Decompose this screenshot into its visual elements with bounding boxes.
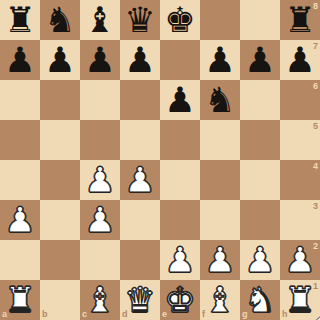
coord-rank-4: 4 — [313, 161, 318, 171]
square-d4[interactable]: ♟ — [120, 160, 160, 200]
black-pawn[interactable]: ♟ — [240, 40, 280, 80]
square-b5[interactable] — [40, 120, 80, 160]
square-c2[interactable] — [80, 240, 120, 280]
square-e1[interactable]: ♚e — [160, 280, 200, 320]
square-f1[interactable]: ♝f — [200, 280, 240, 320]
square-g1[interactable]: ♞g — [240, 280, 280, 320]
white-pawn[interactable]: ♟ — [0, 200, 40, 240]
black-queen[interactable]: ♛ — [120, 0, 160, 40]
square-g4[interactable] — [240, 160, 280, 200]
square-b8[interactable]: ♞ — [40, 0, 80, 40]
white-king[interactable]: ♚ — [160, 280, 200, 320]
square-a2[interactable] — [0, 240, 40, 280]
square-c5[interactable] — [80, 120, 120, 160]
black-rook[interactable]: ♜ — [0, 0, 40, 40]
square-a6[interactable] — [0, 80, 40, 120]
square-e6[interactable]: ♟ — [160, 80, 200, 120]
square-g6[interactable] — [240, 80, 280, 120]
square-g7[interactable]: ♟ — [240, 40, 280, 80]
white-pawn[interactable]: ♟ — [160, 240, 200, 280]
square-a5[interactable] — [0, 120, 40, 160]
square-h7[interactable]: ♟7 — [280, 40, 320, 80]
square-b6[interactable] — [40, 80, 80, 120]
square-c3[interactable]: ♟ — [80, 200, 120, 240]
square-a4[interactable] — [0, 160, 40, 200]
square-b3[interactable] — [40, 200, 80, 240]
black-pawn[interactable]: ♟ — [120, 40, 160, 80]
square-f3[interactable] — [200, 200, 240, 240]
white-pawn[interactable]: ♟ — [280, 240, 320, 280]
square-c6[interactable] — [80, 80, 120, 120]
square-g5[interactable] — [240, 120, 280, 160]
square-h5[interactable]: 5 — [280, 120, 320, 160]
square-h4[interactable]: 4 — [280, 160, 320, 200]
square-d1[interactable]: ♛d — [120, 280, 160, 320]
square-d8[interactable]: ♛ — [120, 0, 160, 40]
square-a1[interactable]: ♜a — [0, 280, 40, 320]
square-c1[interactable]: ♝c — [80, 280, 120, 320]
square-h8[interactable]: ♜8 — [280, 0, 320, 40]
square-a8[interactable]: ♜ — [0, 0, 40, 40]
white-bishop[interactable]: ♝ — [80, 280, 120, 320]
resize-handle-icon[interactable] — [310, 310, 320, 320]
square-c7[interactable]: ♟ — [80, 40, 120, 80]
square-e5[interactable] — [160, 120, 200, 160]
coord-rank-6: 6 — [313, 81, 318, 91]
square-c8[interactable]: ♝ — [80, 0, 120, 40]
square-f2[interactable]: ♟ — [200, 240, 240, 280]
square-b1[interactable]: b — [40, 280, 80, 320]
white-queen[interactable]: ♛ — [120, 280, 160, 320]
black-knight[interactable]: ♞ — [200, 80, 240, 120]
black-pawn[interactable]: ♟ — [0, 40, 40, 80]
square-f6[interactable]: ♞ — [200, 80, 240, 120]
white-pawn[interactable]: ♟ — [80, 160, 120, 200]
black-pawn[interactable]: ♟ — [160, 80, 200, 120]
square-f4[interactable] — [200, 160, 240, 200]
square-d7[interactable]: ♟ — [120, 40, 160, 80]
black-pawn[interactable]: ♟ — [80, 40, 120, 80]
square-d5[interactable] — [120, 120, 160, 160]
square-h6[interactable]: 6 — [280, 80, 320, 120]
square-f7[interactable]: ♟ — [200, 40, 240, 80]
coord-file-b: b — [42, 309, 48, 319]
black-knight[interactable]: ♞ — [40, 0, 80, 40]
white-pawn[interactable]: ♟ — [200, 240, 240, 280]
square-e7[interactable] — [160, 40, 200, 80]
black-king[interactable]: ♚ — [160, 0, 200, 40]
white-pawn[interactable]: ♟ — [120, 160, 160, 200]
white-rook[interactable]: ♜ — [0, 280, 40, 320]
square-g3[interactable] — [240, 200, 280, 240]
black-rook[interactable]: ♜ — [280, 0, 320, 40]
coord-rank-5: 5 — [313, 121, 318, 131]
black-pawn[interactable]: ♟ — [200, 40, 240, 80]
square-c4[interactable]: ♟ — [80, 160, 120, 200]
square-h3[interactable]: 3 — [280, 200, 320, 240]
square-b4[interactable] — [40, 160, 80, 200]
chess-board: ♜♞♝♛♚♜8♟♟♟♟♟♟♟7♟♞65♟♟4♟♟3♟♟♟♟2♜ab♝c♛d♚e♝… — [0, 0, 320, 320]
black-bishop[interactable]: ♝ — [80, 0, 120, 40]
square-g8[interactable] — [240, 0, 280, 40]
square-a7[interactable]: ♟ — [0, 40, 40, 80]
square-d6[interactable] — [120, 80, 160, 120]
square-f8[interactable] — [200, 0, 240, 40]
square-d3[interactable] — [120, 200, 160, 240]
black-pawn[interactable]: ♟ — [40, 40, 80, 80]
chess-board-window: ♜♞♝♛♚♜8♟♟♟♟♟♟♟7♟♞65♟♟4♟♟3♟♟♟♟2♜ab♝c♛d♚e♝… — [0, 0, 320, 320]
square-d2[interactable] — [120, 240, 160, 280]
square-e4[interactable] — [160, 160, 200, 200]
square-h2[interactable]: ♟2 — [280, 240, 320, 280]
square-e2[interactable]: ♟ — [160, 240, 200, 280]
white-bishop[interactable]: ♝ — [200, 280, 240, 320]
white-pawn[interactable]: ♟ — [80, 200, 120, 240]
square-b7[interactable]: ♟ — [40, 40, 80, 80]
square-f5[interactable] — [200, 120, 240, 160]
square-e8[interactable]: ♚ — [160, 0, 200, 40]
black-pawn[interactable]: ♟ — [280, 40, 320, 80]
square-b2[interactable] — [40, 240, 80, 280]
coord-rank-3: 3 — [313, 201, 318, 211]
square-a3[interactable]: ♟ — [0, 200, 40, 240]
square-g2[interactable]: ♟ — [240, 240, 280, 280]
white-pawn[interactable]: ♟ — [240, 240, 280, 280]
square-e3[interactable] — [160, 200, 200, 240]
white-knight[interactable]: ♞ — [240, 280, 280, 320]
